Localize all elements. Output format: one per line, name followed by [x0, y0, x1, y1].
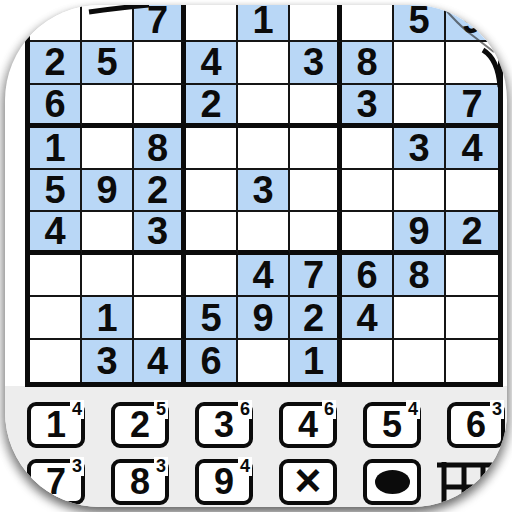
digit-button-5[interactable]: 54: [363, 402, 421, 448]
cell-r3c9[interactable]: 7: [446, 85, 498, 128]
cell-r4c4[interactable]: [186, 128, 238, 170]
cell-r8c4[interactable]: 5: [186, 297, 238, 339]
cell-r6c5[interactable]: [238, 212, 290, 255]
cell-r1c9[interactable]: 9: [446, 5, 498, 42]
digit-count-badge: 4: [406, 400, 420, 419]
cell-r2c5[interactable]: [238, 42, 290, 84]
cell-r1c3[interactable]: 7: [134, 5, 186, 42]
cell-r7c7[interactable]: 6: [342, 255, 394, 297]
cell-r6c8[interactable]: 9: [394, 212, 446, 255]
digit-count-badge: 6: [238, 400, 252, 419]
cell-r1c4[interactable]: [186, 5, 238, 42]
cell-r9c4[interactable]: 6: [186, 340, 238, 382]
digit-button-8[interactable]: 83: [111, 459, 169, 505]
cell-r6c9[interactable]: 2: [446, 212, 498, 255]
sudoku-board: 71592543862371834592343924768159243461: [25, 5, 503, 387]
digit-count-badge: 3: [490, 400, 504, 419]
cell-r9c2[interactable]: 3: [82, 340, 134, 382]
cell-r5c1[interactable]: 5: [30, 170, 82, 212]
cell-r4c6[interactable]: [290, 128, 342, 170]
cell-r5c4[interactable]: [186, 170, 238, 212]
cell-r5c9[interactable]: [446, 170, 498, 212]
cell-r5c5[interactable]: 3: [238, 170, 290, 212]
cell-r2c7[interactable]: 8: [342, 42, 394, 84]
cell-r4c5[interactable]: [238, 128, 290, 170]
sudoku-app-icon: 71592543862371834592343924768159243461 1…: [5, 5, 507, 507]
cell-r9c3[interactable]: 4: [134, 340, 186, 382]
cell-r6c1[interactable]: 4: [30, 212, 82, 255]
cell-r5c6[interactable]: [290, 170, 342, 212]
cell-r1c1[interactable]: [30, 5, 82, 42]
multiply-icon: ×: [295, 462, 322, 499]
cell-r1c5[interactable]: 1: [238, 5, 290, 42]
cell-r4c1[interactable]: 1: [30, 128, 82, 170]
digit-button-6[interactable]: 63: [447, 402, 505, 448]
cell-r4c2[interactable]: [82, 128, 134, 170]
digit-count-badge: 3: [70, 457, 84, 476]
digit-button-4[interactable]: 46: [279, 402, 337, 448]
cell-r4c3[interactable]: 8: [134, 128, 186, 170]
digit-button-1[interactable]: 14: [27, 402, 85, 448]
cell-r1c2[interactable]: [82, 5, 134, 42]
digit-button-9[interactable]: 94: [195, 459, 253, 505]
cell-r3c4[interactable]: 2: [186, 85, 238, 128]
cell-r2c3[interactable]: [134, 42, 186, 84]
cell-r8c2[interactable]: 1: [82, 297, 134, 339]
cell-r6c6[interactable]: [290, 212, 342, 255]
cell-r7c5[interactable]: 4: [238, 255, 290, 297]
cell-r7c8[interactable]: 8: [394, 255, 446, 297]
cell-r9c1[interactable]: [30, 340, 82, 382]
cell-r3c5[interactable]: [238, 85, 290, 128]
cell-r4c9[interactable]: 4: [446, 128, 498, 170]
cell-r3c3[interactable]: [134, 85, 186, 128]
app-icon-canvas: 71592543862371834592343924768159243461 1…: [0, 0, 512, 512]
cell-r9c6[interactable]: 1: [290, 340, 342, 382]
cell-r7c6[interactable]: 7: [290, 255, 342, 297]
erase-button[interactable]: ×: [279, 459, 337, 505]
cell-r3c1[interactable]: 6: [30, 85, 82, 128]
cell-r3c8[interactable]: [394, 85, 446, 128]
cell-r5c7[interactable]: [342, 170, 394, 212]
digit-count-badge: 3: [154, 457, 168, 476]
digit-button-3[interactable]: 36: [195, 402, 253, 448]
cell-r6c3[interactable]: 3: [134, 212, 186, 255]
cell-r9c8[interactable]: [394, 340, 446, 382]
cell-r9c7[interactable]: [342, 340, 394, 382]
cell-r7c1[interactable]: [30, 255, 82, 297]
digit-button-7[interactable]: 73: [27, 459, 85, 505]
cell-r5c2[interactable]: 9: [82, 170, 134, 212]
cell-r8c1[interactable]: [30, 297, 82, 339]
cell-r3c6[interactable]: [290, 85, 342, 128]
cell-r2c2[interactable]: 5: [82, 42, 134, 84]
cell-r8c8[interactable]: [394, 297, 446, 339]
digit-count-badge: 4: [238, 457, 252, 476]
digit-count-badge: 4: [70, 400, 84, 419]
cell-r2c6[interactable]: 3: [290, 42, 342, 84]
notes-grid-button[interactable]: [437, 458, 503, 507]
digit-count-badge: 6: [322, 400, 336, 419]
cell-r2c1[interactable]: 2: [30, 42, 82, 84]
cell-r9c5[interactable]: [238, 340, 290, 382]
cell-r8c9[interactable]: [446, 297, 498, 339]
digit-button-2[interactable]: 25: [111, 402, 169, 448]
cell-r2c8[interactable]: [394, 42, 446, 84]
cell-r1c8[interactable]: 5: [394, 5, 446, 42]
cell-r2c4[interactable]: 4: [186, 42, 238, 84]
digit-count-badge: 5: [154, 400, 168, 419]
cell-r5c8[interactable]: [394, 170, 446, 212]
cell-r4c8[interactable]: 3: [394, 128, 446, 170]
cell-r3c2[interactable]: [82, 85, 134, 128]
cell-r1c6[interactable]: [290, 5, 342, 42]
cell-r1c7[interactable]: [342, 5, 394, 42]
pen-mode-button[interactable]: [363, 459, 421, 505]
cell-r7c9[interactable]: [446, 255, 498, 297]
cell-r2c9[interactable]: [446, 42, 498, 84]
cell-r7c4[interactable]: [186, 255, 238, 297]
cell-r7c3[interactable]: [134, 255, 186, 297]
cell-r5c3[interactable]: 2: [134, 170, 186, 212]
cell-r8c6[interactable]: 2: [290, 297, 342, 339]
cell-r8c7[interactable]: 4: [342, 297, 394, 339]
cell-r6c4[interactable]: [186, 212, 238, 255]
cell-r4c7[interactable]: [342, 128, 394, 170]
cell-r6c2[interactable]: [82, 212, 134, 255]
cell-r7c2[interactable]: [82, 255, 134, 297]
cell-r6c7[interactable]: [342, 212, 394, 255]
cell-r8c5[interactable]: 9: [238, 297, 290, 339]
cell-r3c7[interactable]: 3: [342, 85, 394, 128]
cell-r9c9[interactable]: [446, 340, 498, 382]
pen-dot-icon: [375, 470, 410, 494]
cell-r8c3[interactable]: [134, 297, 186, 339]
